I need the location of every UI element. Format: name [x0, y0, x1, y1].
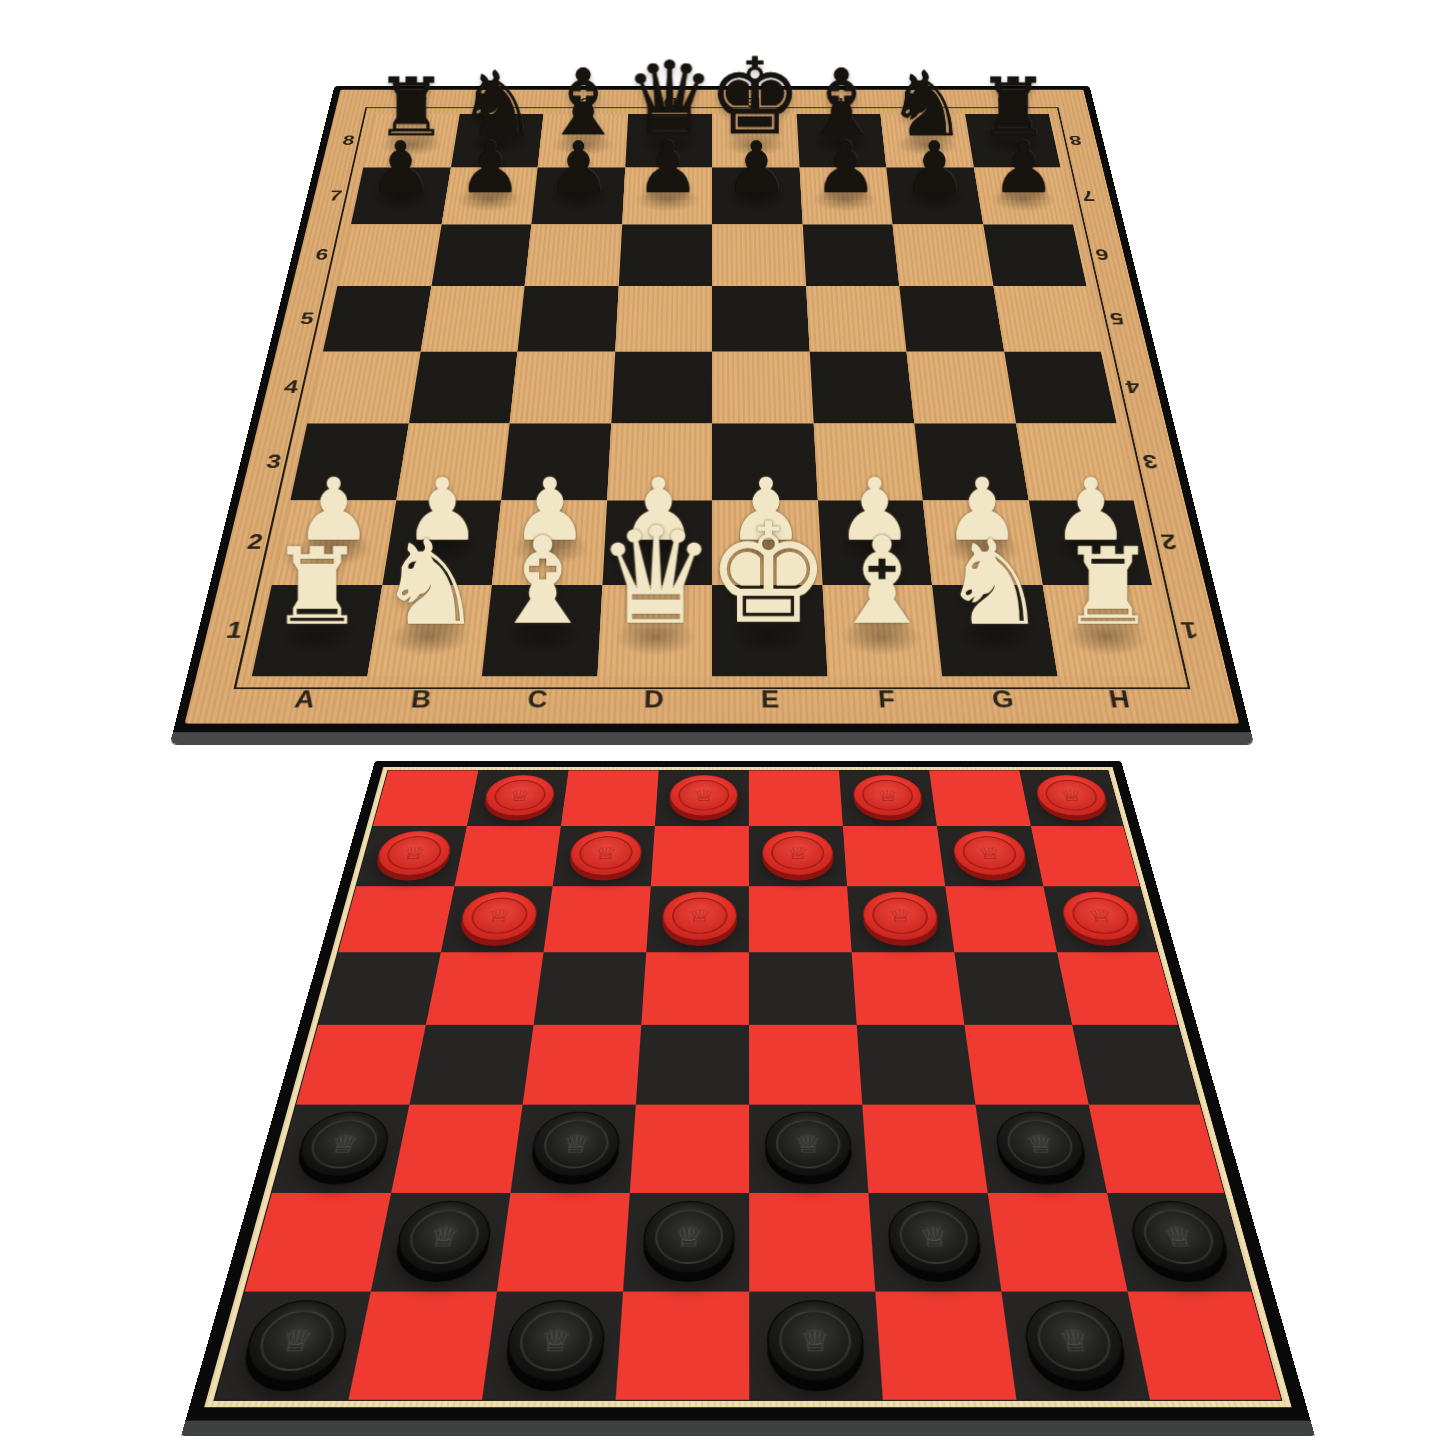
- checkers-square-r1c1[interactable]: [454, 826, 560, 886]
- black-pawn-piece[interactable]: ♟: [801, 72, 890, 200]
- red-checker-piece[interactable]: ♕: [482, 775, 557, 816]
- checkers-square-r4c2[interactable]: [523, 1025, 642, 1105]
- checkers-square-r3c6[interactable]: [954, 952, 1072, 1024]
- black-checker-piece[interactable]: ♕: [392, 1201, 495, 1274]
- black-checker-piece[interactable]: ♕: [238, 1300, 353, 1381]
- checkers-square-r3c2[interactable]: [534, 952, 647, 1024]
- black-pawn-piece[interactable]: ♟: [534, 72, 623, 200]
- checkers-square-r4c0[interactable]: [296, 1025, 426, 1105]
- checkers-square-r5c4[interactable]: [749, 1105, 868, 1193]
- checkers-square-r5c6[interactable]: [975, 1105, 1107, 1193]
- black-checker-piece[interactable]: ♕: [1125, 1201, 1233, 1274]
- checkers-square-r3c1[interactable]: [426, 952, 544, 1024]
- checkers-square-r6c5[interactable]: [868, 1193, 1001, 1292]
- checkers-square-r1c5[interactable]: [843, 826, 945, 886]
- checkers-square-r7c6[interactable]: [1001, 1292, 1150, 1401]
- checkers-square-r6c2[interactable]: [497, 1193, 630, 1292]
- checkers-square-r4c4[interactable]: [749, 1025, 862, 1105]
- red-checker-piece[interactable]: ♕: [568, 831, 644, 876]
- crown-icon: ♕: [768, 1301, 864, 1380]
- crown-icon: ♕: [993, 1112, 1088, 1176]
- checkers-square-r5c3[interactable]: [630, 1105, 749, 1193]
- checkers-square-r2c4[interactable]: [749, 886, 852, 952]
- checkers-square-r2c0[interactable]: [338, 886, 454, 952]
- crown-icon: ♕: [1059, 892, 1143, 939]
- red-checker-piece[interactable]: ♕: [457, 892, 540, 941]
- crown-icon: ♕: [459, 892, 539, 939]
- checkers-square-r5c2[interactable]: [510, 1105, 635, 1193]
- crown-icon: ♕: [643, 1202, 734, 1273]
- black-checker-piece[interactable]: ♕: [293, 1112, 395, 1177]
- black-checker-piece[interactable]: ♕: [765, 1112, 853, 1177]
- checkers-square-r3c7[interactable]: [1057, 952, 1180, 1024]
- crown-icon: ♕: [766, 1112, 852, 1176]
- crown-icon: ♕: [393, 1202, 493, 1273]
- black-pawn-piece[interactable]: ♟: [356, 72, 445, 200]
- checkers-square-r2c6[interactable]: [945, 886, 1057, 952]
- crown-icon: ♕: [294, 1112, 393, 1176]
- black-checker-piece[interactable]: ♕: [992, 1112, 1089, 1177]
- black-checker-piece[interactable]: ♕: [886, 1201, 984, 1274]
- crown-icon: ♕: [504, 1301, 606, 1380]
- checkers-square-r3c3[interactable]: [641, 952, 749, 1024]
- crown-icon: ♕: [862, 892, 939, 939]
- red-checker-piece[interactable]: ♕: [762, 831, 835, 876]
- checkers-square-r3c0[interactable]: [318, 952, 441, 1024]
- crown-icon: ♕: [1127, 1202, 1233, 1273]
- red-checker-piece[interactable]: ♕: [951, 831, 1030, 876]
- checkers-square-r7c1[interactable]: [348, 1292, 497, 1401]
- checkers-square-r0c0[interactable]: [373, 770, 478, 825]
- checkers-square-r6c3[interactable]: [623, 1193, 749, 1292]
- crown-icon: ♕: [853, 775, 924, 815]
- crown-icon: ♕: [887, 1202, 983, 1273]
- black-pawn-piece[interactable]: ♟: [712, 72, 801, 200]
- checkers-square-r4c6[interactable]: [964, 1025, 1088, 1105]
- crown-icon: ♕: [952, 831, 1029, 874]
- crown-icon: ♕: [569, 831, 643, 874]
- checkers-square-r5c5[interactable]: [862, 1105, 987, 1193]
- black-checker-piece[interactable]: ♕: [503, 1300, 607, 1381]
- red-checker-piece[interactable]: ♕: [661, 892, 737, 941]
- crown-icon: ♕: [662, 892, 736, 939]
- checkers-board: ♕♕♕♕♕♕♕♕♕♕♕♕♕♕♕♕♕♕♕♕♕♕♕♕: [181, 761, 1315, 1436]
- checkers-square-r6c0[interactable]: [245, 1193, 391, 1292]
- checkers-board-scene: ♕♕♕♕♕♕♕♕♕♕♕♕♕♕♕♕♕♕♕♕♕♕♕♕: [298, 572, 1198, 1445]
- red-checker-piece[interactable]: ♕: [861, 892, 940, 941]
- black-checker-piece[interactable]: ♕: [642, 1201, 735, 1274]
- black-checker-piece[interactable]: ♕: [1020, 1300, 1130, 1381]
- black-pawn-piece[interactable]: ♟: [445, 72, 534, 200]
- crown-icon: ♕: [240, 1301, 353, 1380]
- crown-icon: ♕: [1022, 1301, 1129, 1380]
- checkers-square-r5c0[interactable]: [272, 1105, 410, 1193]
- checkers-square-r7c0[interactable]: [214, 1292, 371, 1401]
- checkers-square-r3c4[interactable]: [749, 952, 857, 1024]
- crown-icon: ♕: [763, 831, 834, 874]
- crown-icon: ♕: [669, 775, 737, 815]
- checkers-square-r0c4[interactable]: [749, 770, 843, 825]
- checkers-square-r6c6[interactable]: [988, 1193, 1128, 1292]
- checkers-square-r2c2[interactable]: [544, 886, 651, 952]
- checkers-square-r0c6[interactable]: [929, 770, 1031, 825]
- crown-icon: ♕: [1034, 775, 1110, 815]
- crown-icon: ♕: [374, 831, 454, 874]
- checkers-square-r7c2[interactable]: [482, 1292, 623, 1401]
- crown-icon: ♕: [483, 775, 556, 815]
- black-checker-piece[interactable]: ♕: [529, 1112, 622, 1177]
- checkers-square-r1c3[interactable]: [651, 826, 749, 886]
- checkers-square-r1c7[interactable]: [1031, 826, 1142, 886]
- crown-icon: ♕: [530, 1112, 620, 1176]
- checkers-grid: ♕♕♕♕♕♕♕♕♕♕♕♕♕♕♕♕♕♕♕♕♕♕♕♕: [213, 770, 1282, 1401]
- checkers-square-r6c1[interactable]: [371, 1193, 511, 1292]
- black-pawn-piece[interactable]: ♟: [979, 72, 1068, 200]
- checkers-square-r5c1[interactable]: [391, 1105, 522, 1193]
- checkers-square-r3c5[interactable]: [852, 952, 965, 1024]
- checkers-square-r4c5[interactable]: [857, 1025, 976, 1105]
- checkers-square-r4c1[interactable]: [409, 1025, 533, 1105]
- checkers-square-r7c3[interactable]: [615, 1292, 749, 1401]
- checkers-square-r6c4[interactable]: [749, 1193, 875, 1292]
- product-photo-background: 8877665544332211AABBCCDDEEFFGGHH♜♞♝♛♚♝♞♜…: [0, 0, 1445, 1445]
- black-pawn-piece[interactable]: ♟: [890, 72, 979, 200]
- checkers-square-r7c4[interactable]: [749, 1292, 883, 1401]
- checkers-square-r4c3[interactable]: [636, 1025, 749, 1105]
- checkers-square-r0c2[interactable]: [561, 770, 659, 825]
- red-checker-piece[interactable]: ♕: [852, 775, 924, 816]
- red-checker-piece[interactable]: ♕: [373, 831, 455, 876]
- red-checker-piece[interactable]: ♕: [1058, 892, 1144, 941]
- black-checker-piece[interactable]: ♕: [767, 1300, 866, 1381]
- checkers-square-r7c5[interactable]: [875, 1292, 1016, 1401]
- red-checker-piece[interactable]: ♕: [669, 775, 738, 816]
- red-checker-piece[interactable]: ♕: [1033, 775, 1111, 816]
- black-pawn-piece[interactable]: ♟: [623, 72, 712, 200]
